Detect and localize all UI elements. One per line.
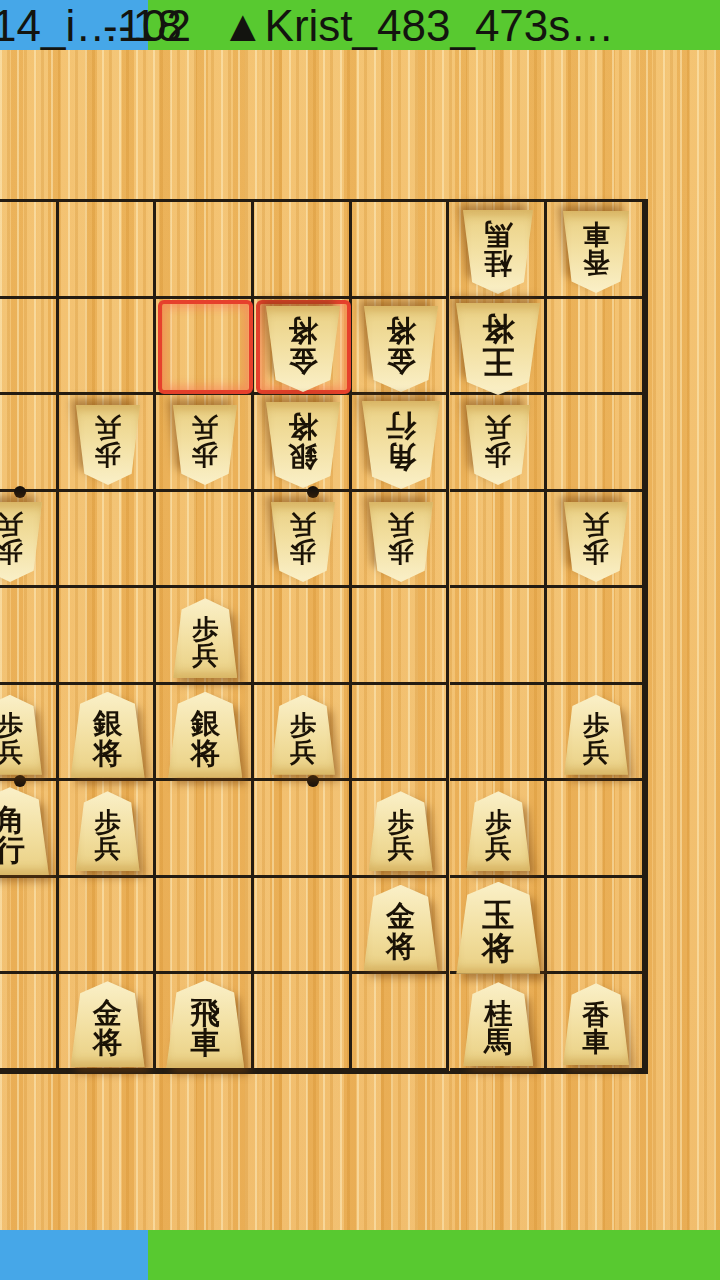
piece-tile: 金将 <box>71 981 145 1067</box>
piece-tile: 歩兵 <box>466 405 530 485</box>
shogi-piece-gote[interactable]: 香車 <box>563 211 629 293</box>
shogi-piece-sente[interactable]: 銀将 <box>71 692 145 778</box>
board-cell[interactable] <box>59 878 157 975</box>
piece-kanji: 歩兵 <box>0 712 23 765</box>
star-point <box>14 486 26 498</box>
piece-tile: 金将 <box>364 306 438 392</box>
star-point <box>307 775 319 787</box>
piece-kanji: 歩兵 <box>95 415 121 468</box>
board-cell[interactable] <box>450 685 548 782</box>
board-cell[interactable] <box>450 492 548 589</box>
board-cell[interactable] <box>450 588 548 685</box>
shogi-piece-sente[interactable]: 歩兵 <box>0 695 42 775</box>
piece-kanji: 歩兵 <box>388 809 414 862</box>
board-cell[interactable] <box>0 974 59 1071</box>
piece-tile: 歩兵 <box>466 791 530 871</box>
shogi-piece-gote[interactable]: 桂馬 <box>463 210 533 294</box>
shogi-piece-sente[interactable]: 歩兵 <box>76 791 140 871</box>
board-cell[interactable] <box>547 781 645 878</box>
shogi-piece-gote[interactable]: 歩兵 <box>369 502 433 582</box>
bottom-player-bar <box>0 1230 720 1280</box>
piece-tile: 玉将 <box>456 882 540 974</box>
piece-tile: 歩兵 <box>271 695 335 775</box>
shogi-piece-gote[interactable]: 歩兵 <box>564 502 628 582</box>
board-cell[interactable] <box>59 588 157 685</box>
bottom-player-name: ▲Krist_483_473s… <box>221 0 614 50</box>
board-cell[interactable] <box>254 878 352 975</box>
piece-kanji: 歩兵 <box>485 415 511 468</box>
piece-tile: 香車 <box>563 211 629 293</box>
piece-kanji: 歩兵 <box>192 616 218 669</box>
app-screen: 桂馬香車金将金将王将歩兵歩兵銀将角行歩兵歩兵歩兵歩兵歩兵歩兵歩兵銀将銀将歩兵歩兵… <box>0 0 720 1280</box>
piece-kanji: 銀将 <box>93 709 122 768</box>
shogi-piece-sente[interactable]: 金将 <box>364 885 438 971</box>
piece-tile: 桂馬 <box>463 210 533 294</box>
piece-tile: 歩兵 <box>271 502 335 582</box>
piece-kanji: 香車 <box>583 221 610 276</box>
board-cell[interactable] <box>59 299 157 396</box>
board-cell[interactable] <box>0 588 59 685</box>
piece-kanji: 歩兵 <box>388 511 414 564</box>
board-cell[interactable] <box>0 395 59 492</box>
top-player-name: 14_i… <box>0 0 119 50</box>
piece-tile: 歩兵 <box>369 502 433 582</box>
piece-kanji: 角行 <box>0 805 25 866</box>
shogi-piece-sente[interactable]: 歩兵 <box>173 598 237 678</box>
shogi-piece-sente[interactable]: 歩兵 <box>564 695 628 775</box>
board-cell[interactable] <box>254 781 352 878</box>
bottom-player-score: -18 <box>118 0 182 50</box>
piece-tile: 歩兵 <box>76 791 140 871</box>
piece-kanji: 金将 <box>386 315 415 374</box>
shogi-piece-sente[interactable]: 香車 <box>563 983 629 1065</box>
piece-kanji: 歩兵 <box>290 511 316 564</box>
shogi-piece-sente[interactable]: 金将 <box>71 981 145 1067</box>
shogi-piece-sente[interactable]: 桂馬 <box>463 982 533 1066</box>
board-cell[interactable] <box>547 588 645 685</box>
board-cell[interactable] <box>352 202 450 299</box>
bottom-player-clock-bg <box>148 1230 720 1280</box>
piece-tile: 歩兵 <box>564 502 628 582</box>
piece-kanji: 王将 <box>482 312 514 377</box>
shogi-piece-gote[interactable]: 王将 <box>456 303 540 395</box>
board-cell[interactable] <box>547 395 645 492</box>
piece-kanji: 歩兵 <box>583 712 609 765</box>
shogi-piece-sente[interactable]: 銀将 <box>168 692 242 778</box>
board-cell[interactable] <box>0 202 59 299</box>
piece-tile: 桂馬 <box>463 982 533 1066</box>
piece-tile: 香車 <box>563 983 629 1065</box>
piece-tile: 歩兵 <box>173 405 237 485</box>
piece-tile: 歩兵 <box>173 598 237 678</box>
board-cell[interactable] <box>352 685 450 782</box>
piece-tile: 金将 <box>364 885 438 971</box>
piece-kanji: 玉将 <box>482 899 514 964</box>
piece-kanji: 金将 <box>288 315 317 374</box>
shogi-piece-gote[interactable]: 角行 <box>362 401 440 489</box>
piece-tile: 王将 <box>456 303 540 395</box>
piece-tile: 飛車 <box>166 980 244 1068</box>
piece-tile: 銀将 <box>266 402 340 488</box>
piece-tile: 銀将 <box>168 692 242 778</box>
shogi-piece-sente[interactable]: 歩兵 <box>369 791 433 871</box>
shogi-piece-sente[interactable]: 歩兵 <box>466 791 530 871</box>
piece-kanji: 飛車 <box>190 998 220 1059</box>
shogi-piece-gote[interactable]: 金将 <box>266 306 340 392</box>
board-cell[interactable] <box>254 202 352 299</box>
board-cell[interactable] <box>547 299 645 396</box>
shogi-piece-sente[interactable]: 歩兵 <box>271 695 335 775</box>
shogi-piece-gote[interactable]: 歩兵 <box>173 405 237 485</box>
piece-tile: 金将 <box>266 306 340 392</box>
piece-kanji: 歩兵 <box>485 809 511 862</box>
piece-kanji: 歩兵 <box>95 809 121 862</box>
piece-kanji: 歩兵 <box>290 712 316 765</box>
board-cell[interactable] <box>0 299 59 396</box>
board-cell[interactable] <box>254 974 352 1071</box>
piece-tile: 銀将 <box>71 692 145 778</box>
piece-tile: 歩兵 <box>564 695 628 775</box>
board-cell[interactable] <box>59 202 157 299</box>
piece-tile: 角行 <box>362 401 440 489</box>
board-cell[interactable] <box>0 878 59 975</box>
board-cell[interactable] <box>352 588 450 685</box>
board-cell[interactable] <box>156 492 254 589</box>
piece-kanji: 角行 <box>386 411 416 472</box>
board-cell[interactable] <box>156 202 254 299</box>
shogi-piece-gote[interactable]: 金将 <box>364 306 438 392</box>
shogi-piece-sente[interactable]: 玉将 <box>456 882 540 974</box>
piece-kanji: 銀将 <box>191 709 220 768</box>
piece-kanji: 歩兵 <box>192 415 218 468</box>
shogi-piece-gote[interactable]: 歩兵 <box>466 405 530 485</box>
shogi-piece-sente[interactable]: 飛車 <box>166 980 244 1068</box>
piece-tile: 歩兵 <box>0 695 42 775</box>
piece-tile: 歩兵 <box>369 791 433 871</box>
shogi-piece-gote[interactable]: 歩兵 <box>271 502 335 582</box>
piece-kanji: 桂馬 <box>484 1000 512 1057</box>
bottom-player-name-bg <box>0 1230 148 1280</box>
board-cell[interactable] <box>156 781 254 878</box>
piece-kanji: 歩兵 <box>583 511 609 564</box>
board-cell[interactable] <box>547 878 645 975</box>
board-cell[interactable] <box>59 492 157 589</box>
board-cell[interactable] <box>254 588 352 685</box>
board-cell[interactable] <box>352 974 450 1071</box>
piece-kanji: 金将 <box>386 902 415 961</box>
piece-tile: 歩兵 <box>76 405 140 485</box>
piece-kanji: 香車 <box>583 1001 610 1056</box>
piece-kanji: 銀将 <box>288 412 317 471</box>
piece-kanji: 歩兵 <box>0 511 23 564</box>
board-cell[interactable] <box>156 878 254 975</box>
piece-kanji: 桂馬 <box>484 220 512 277</box>
shogi-piece-gote[interactable]: 歩兵 <box>76 405 140 485</box>
piece-tile: 歩兵 <box>0 502 42 582</box>
piece-kanji: 金将 <box>93 999 122 1058</box>
shogi-piece-gote[interactable]: 銀将 <box>266 402 340 488</box>
piece-tile: 角行 <box>0 787 49 875</box>
shogi-piece-sente[interactable]: 角行 <box>0 787 49 875</box>
last-move-highlight <box>158 300 253 394</box>
star-point <box>14 775 26 787</box>
shogi-piece-gote[interactable]: 歩兵 <box>0 502 42 582</box>
